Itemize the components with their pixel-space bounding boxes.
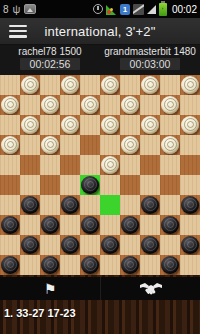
signal-bars-icon — [147, 5, 156, 14]
square-r0c0[interactable] — [0, 75, 20, 95]
black-piece[interactable] — [81, 176, 99, 194]
square-r7c4[interactable] — [80, 215, 100, 235]
square-r9c9[interactable] — [180, 255, 200, 275]
black-piece[interactable] — [81, 256, 99, 274]
black-piece[interactable] — [121, 216, 139, 234]
square-r7c3[interactable] — [60, 215, 80, 235]
square-r2c2[interactable] — [40, 115, 60, 135]
player-right: grandmasterbit 1480 00:03:00 — [100, 45, 200, 75]
square-r3c3[interactable] — [60, 135, 80, 155]
square-r1c4[interactable] — [80, 95, 100, 115]
square-r2c6[interactable] — [120, 115, 140, 135]
square-r3c2[interactable] — [40, 135, 60, 155]
square-r8c4[interactable] — [80, 235, 100, 255]
square-r0c8[interactable] — [160, 75, 180, 95]
white-piece[interactable] — [21, 116, 39, 134]
black-piece[interactable] — [181, 196, 199, 214]
white-piece[interactable] — [41, 136, 59, 154]
square-r6c6[interactable] — [120, 195, 140, 215]
square-r7c6[interactable] — [120, 215, 140, 235]
square-r4c8[interactable] — [160, 155, 180, 175]
square-r3c7[interactable] — [140, 135, 160, 155]
square-r1c5[interactable] — [100, 95, 120, 115]
square-r5c0[interactable] — [0, 175, 20, 195]
move-list[interactable]: 1. 33-27 17-23 — [0, 304, 200, 322]
square-r2c3[interactable] — [60, 115, 80, 135]
square-r0c2[interactable] — [40, 75, 60, 95]
square-r1c1[interactable] — [20, 95, 40, 115]
square-r9c7[interactable] — [140, 255, 160, 275]
notification-1-icon: 1 — [120, 4, 130, 15]
square-r5c2[interactable] — [40, 175, 60, 195]
square-r3c8[interactable] — [160, 135, 180, 155]
white-piece[interactable] — [1, 136, 19, 154]
square-r0c5[interactable] — [100, 75, 120, 95]
square-r9c2[interactable] — [40, 255, 60, 275]
alarm-icon — [93, 4, 103, 14]
black-piece[interactable] — [161, 216, 179, 234]
square-r5c8[interactable] — [160, 175, 180, 195]
square-r9c1[interactable] — [20, 255, 40, 275]
square-r5c1[interactable] — [20, 175, 40, 195]
black-piece[interactable] — [1, 256, 19, 274]
square-r4c6[interactable] — [120, 155, 140, 175]
square-r9c4[interactable] — [80, 255, 100, 275]
square-r2c7[interactable] — [140, 115, 160, 135]
gallery-icon — [24, 4, 36, 14]
player-left-clock: 00:02:56 — [20, 58, 81, 70]
square-r2c1[interactable] — [20, 115, 40, 135]
square-r6c7[interactable] — [140, 195, 160, 215]
white-piece[interactable] — [161, 96, 179, 114]
square-r6c5[interactable] — [100, 195, 120, 215]
white-piece[interactable] — [101, 116, 119, 134]
square-r9c6[interactable] — [120, 255, 140, 275]
square-r2c4[interactable] — [80, 115, 100, 135]
square-r0c4[interactable] — [80, 75, 100, 95]
white-piece[interactable] — [181, 116, 199, 134]
status-bar: 8 ψ 1 00:02 — [0, 0, 200, 18]
square-r6c1[interactable] — [20, 195, 40, 215]
flag-icon: ⚑ — [44, 282, 57, 296]
white-piece[interactable] — [101, 76, 119, 94]
square-r3c5[interactable] — [100, 135, 120, 155]
square-r4c2[interactable] — [40, 155, 60, 175]
white-piece[interactable] — [1, 96, 19, 114]
signal-box-icon — [133, 4, 144, 15]
square-r0c7[interactable] — [140, 75, 160, 95]
white-piece[interactable] — [121, 96, 139, 114]
square-r5c4[interactable] — [80, 175, 100, 195]
black-piece[interactable] — [21, 236, 39, 254]
white-piece[interactable] — [181, 76, 199, 94]
player-right-name: grandmasterbit 1480 — [104, 46, 196, 57]
square-r9c3[interactable] — [60, 255, 80, 275]
square-r0c9[interactable] — [180, 75, 200, 95]
square-r1c8[interactable] — [160, 95, 180, 115]
white-piece[interactable] — [81, 96, 99, 114]
square-r8c3[interactable] — [60, 235, 80, 255]
black-piece[interactable] — [161, 256, 179, 274]
square-r1c3[interactable] — [60, 95, 80, 115]
resign-button[interactable]: ⚑ — [0, 277, 100, 300]
square-r1c6[interactable] — [120, 95, 140, 115]
square-r4c4[interactable] — [80, 155, 100, 175]
player-right-clock: 00:03:00 — [120, 58, 181, 70]
square-r7c9[interactable] — [180, 215, 200, 235]
square-r7c2[interactable] — [40, 215, 60, 235]
white-piece[interactable] — [121, 136, 139, 154]
black-piece[interactable] — [101, 236, 119, 254]
square-r6c8[interactable] — [160, 195, 180, 215]
square-r2c5[interactable] — [100, 115, 120, 135]
square-r3c4[interactable] — [80, 135, 100, 155]
square-r5c7[interactable] — [140, 175, 160, 195]
black-piece[interactable] — [61, 196, 79, 214]
square-r4c5[interactable] — [100, 155, 120, 175]
square-r8c5[interactable] — [100, 235, 120, 255]
black-piece[interactable] — [141, 196, 159, 214]
notification-count-badge: 8 — [3, 4, 9, 15]
black-piece[interactable] — [61, 236, 79, 254]
black-piece[interactable] — [141, 236, 159, 254]
offer-draw-button[interactable] — [100, 277, 200, 300]
square-r8c8[interactable] — [160, 235, 180, 255]
square-r2c0[interactable] — [0, 115, 20, 135]
square-r7c8[interactable] — [160, 215, 180, 235]
square-r7c5[interactable] — [100, 215, 120, 235]
status-time: 00:02 — [172, 4, 197, 15]
square-r8c0[interactable] — [0, 235, 20, 255]
square-r5c5[interactable] — [100, 175, 120, 195]
white-piece[interactable] — [161, 136, 179, 154]
square-r8c2[interactable] — [40, 235, 60, 255]
square-r4c1[interactable] — [20, 155, 40, 175]
square-r3c6[interactable] — [120, 135, 140, 155]
black-piece[interactable] — [41, 216, 59, 234]
wifi-color-icon — [106, 4, 117, 15]
page-title: international, 3'+2" — [0, 24, 200, 39]
battery-charging-icon — [159, 3, 167, 16]
square-r0c3[interactable] — [60, 75, 80, 95]
square-r1c0[interactable] — [0, 95, 20, 115]
black-piece[interactable] — [121, 256, 139, 274]
title-bar: international, 3'+2" — [0, 18, 200, 45]
square-r5c3[interactable] — [60, 175, 80, 195]
square-r1c7[interactable] — [140, 95, 160, 115]
player-left-name: rachel78 1500 — [18, 46, 81, 57]
black-piece[interactable] — [81, 216, 99, 234]
square-r0c1[interactable] — [20, 75, 40, 95]
black-piece[interactable] — [1, 216, 19, 234]
white-piece[interactable] — [141, 116, 159, 134]
square-r9c5[interactable] — [100, 255, 120, 275]
square-r4c9[interactable] — [180, 155, 200, 175]
square-r7c0[interactable] — [0, 215, 20, 235]
square-r9c0[interactable] — [0, 255, 20, 275]
white-piece[interactable] — [61, 76, 79, 94]
square-r3c0[interactable] — [0, 135, 20, 155]
white-piece[interactable] — [141, 76, 159, 94]
white-piece[interactable] — [41, 96, 59, 114]
square-r8c1[interactable] — [20, 235, 40, 255]
status-right-icons: 1 00:02 — [93, 3, 197, 16]
status-left-icons: 8 ψ — [3, 4, 36, 15]
black-piece[interactable] — [41, 256, 59, 274]
square-r6c2[interactable] — [40, 195, 60, 215]
white-piece[interactable] — [21, 76, 39, 94]
square-r1c2[interactable] — [40, 95, 60, 115]
square-r6c4[interactable] — [80, 195, 100, 215]
square-r8c6[interactable] — [120, 235, 140, 255]
toolbar: ⚑ — [0, 277, 200, 300]
square-r4c7[interactable] — [140, 155, 160, 175]
square-r2c9[interactable] — [180, 115, 200, 135]
usb-icon: ψ — [13, 4, 21, 15]
black-piece[interactable] — [181, 236, 199, 254]
white-piece[interactable] — [61, 116, 79, 134]
square-r8c7[interactable] — [140, 235, 160, 255]
square-r7c7[interactable] — [140, 215, 160, 235]
square-r0c6[interactable] — [120, 75, 140, 95]
square-r4c0[interactable] — [0, 155, 20, 175]
square-r5c9[interactable] — [180, 175, 200, 195]
square-r5c6[interactable] — [120, 175, 140, 195]
square-r6c3[interactable] — [60, 195, 80, 215]
square-r8c9[interactable] — [180, 235, 200, 255]
square-r3c1[interactable] — [20, 135, 40, 155]
white-piece[interactable] — [101, 156, 119, 174]
square-r1c9[interactable] — [180, 95, 200, 115]
app-screen: 8 ψ 1 00:02 international, 3'+2" rachel7… — [0, 0, 200, 334]
square-r6c9[interactable] — [180, 195, 200, 215]
board — [0, 75, 200, 275]
square-r4c3[interactable] — [60, 155, 80, 175]
handshake-icon — [140, 282, 162, 296]
square-r3c9[interactable] — [180, 135, 200, 155]
player-left: rachel78 1500 00:02:56 — [0, 45, 100, 75]
player-bar: rachel78 1500 00:02:56 grandmasterbit 14… — [0, 45, 200, 75]
square-r2c8[interactable] — [160, 115, 180, 135]
square-r9c8[interactable] — [160, 255, 180, 275]
square-r7c1[interactable] — [20, 215, 40, 235]
black-piece[interactable] — [21, 196, 39, 214]
square-r6c0[interactable] — [0, 195, 20, 215]
